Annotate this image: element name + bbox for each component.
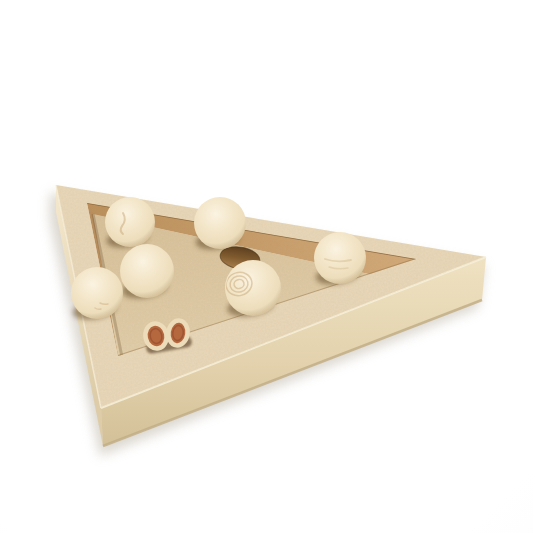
ball-2[interactable] [194,197,246,249]
ball-6[interactable] [314,232,366,284]
ball-4[interactable] [71,267,123,319]
treat-slice-2[interactable] [167,319,189,346]
ball-1[interactable] [105,197,155,247]
ball-3[interactable] [120,244,174,298]
product-photo-stage [0,0,533,533]
snack-board-scene [0,0,533,533]
